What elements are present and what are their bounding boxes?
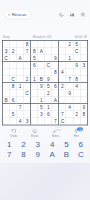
cell-r5c10[interactable]: [66, 69, 73, 76]
cell-r8c10[interactable]: 9: [66, 90, 73, 97]
cell-r9c2[interactable]: 6: [10, 97, 17, 104]
notes-button[interactable]: OFF Notes: [47, 129, 64, 138]
cell-r10c12[interactable]: 9: [80, 104, 87, 111]
cell-r10c10[interactable]: 4: [66, 104, 73, 111]
cell-r5c11[interactable]: [73, 69, 80, 76]
tools-row: Undo Erase OFF Notes AD Hint: [0, 129, 90, 138]
numpad-key-9[interactable]: 9: [31, 150, 45, 160]
cell-r7c8[interactable]: 6: [52, 83, 59, 90]
cell-r2c11[interactable]: C: [73, 48, 80, 55]
cell-r6c4[interactable]: 2: [24, 76, 31, 83]
cell-r5c9[interactable]: 4: [59, 69, 66, 76]
cell-r3c2[interactable]: [10, 55, 17, 62]
pause-icon[interactable]: [84, 35, 88, 39]
cell-r10c3[interactable]: 7: [17, 104, 24, 111]
cell-r12c1[interactable]: [3, 118, 10, 125]
cell-r9c8[interactable]: A: [52, 97, 59, 104]
cell-r4c11[interactable]: 9: [73, 62, 80, 69]
mistakes-counter: Mistakes: 0/3: [33, 35, 52, 39]
cell-r8c6[interactable]: [38, 90, 45, 97]
cell-r9c10[interactable]: [66, 97, 73, 104]
cell-r3c4[interactable]: [24, 55, 31, 62]
cell-r11c10[interactable]: [66, 111, 73, 118]
cell-r2c10[interactable]: [66, 48, 73, 55]
cell-r7c5[interactable]: [31, 83, 38, 90]
cell-r5c1[interactable]: [3, 69, 10, 76]
cell-r1c8[interactable]: [52, 41, 59, 48]
cell-r6c2[interactable]: C: [10, 76, 17, 83]
numpad-row: 123456: [2, 139, 88, 149]
cell-r6c3[interactable]: [17, 76, 24, 83]
cell-r2c6[interactable]: A: [38, 48, 45, 55]
eraser-icon: [32, 129, 37, 134]
cell-r11c12[interactable]: 8: [80, 111, 87, 118]
cell-r9c9[interactable]: [59, 97, 66, 104]
cell-r11c6[interactable]: 3: [38, 111, 45, 118]
cell-r10c11[interactable]: [73, 104, 80, 111]
cell-r4c8[interactable]: [52, 62, 59, 69]
cell-r9c5[interactable]: [31, 97, 38, 104]
cell-r3c10[interactable]: 1: [66, 55, 73, 62]
cell-r7c4[interactable]: [24, 83, 31, 90]
erase-button[interactable]: Erase: [26, 129, 43, 138]
cell-r8c7[interactable]: 2: [45, 90, 52, 97]
cell-r1c3[interactable]: [17, 41, 24, 48]
numpad-key-1[interactable]: 1: [2, 139, 16, 149]
cell-r1c9[interactable]: [59, 41, 66, 48]
cell-r3c1[interactable]: C: [3, 55, 10, 62]
cell-r7c10[interactable]: [66, 83, 73, 90]
cell-r9c1[interactable]: B: [3, 97, 10, 104]
sudoku-board: 8253278ACCA5916C9384C21B9788195624C29B61…: [2, 40, 88, 125]
cell-r11c11[interactable]: 2: [73, 111, 80, 118]
undo-label: Undo: [10, 134, 17, 137]
cell-r10c4[interactable]: [24, 104, 31, 111]
undo-icon: [11, 129, 16, 134]
cell-r5c2[interactable]: [10, 69, 17, 76]
erase-label: Erase: [31, 134, 38, 137]
cell-r12c3[interactable]: 4: [17, 118, 24, 125]
numpad-key-2[interactable]: 2: [16, 139, 30, 149]
cell-r3c11[interactable]: [73, 55, 80, 62]
cell-r11c3[interactable]: [17, 111, 24, 118]
cell-r11c2[interactable]: 5: [10, 111, 17, 118]
cell-r4c7[interactable]: C: [45, 62, 52, 69]
numpad-key-5[interactable]: 5: [59, 139, 73, 149]
cell-r12c5[interactable]: [31, 118, 38, 125]
cell-r7c12[interactable]: [80, 83, 87, 90]
numpad-key-7[interactable]: 7: [2, 150, 16, 160]
cell-r1c4[interactable]: 8: [24, 41, 31, 48]
hint-label: Hint: [74, 134, 79, 137]
moon-icon[interactable]: [59, 12, 64, 17]
cell-r8c5[interactable]: [31, 90, 38, 97]
numpad-key-B[interactable]: B: [59, 150, 73, 160]
cell-r8c1[interactable]: [3, 90, 10, 97]
cell-r9c7[interactable]: [45, 97, 52, 104]
cell-r7c11[interactable]: 4: [73, 83, 80, 90]
gear-icon[interactable]: [80, 12, 85, 17]
cell-r2c8[interactable]: [52, 48, 59, 55]
cell-r5c6[interactable]: [38, 69, 45, 76]
cell-r10c5[interactable]: [31, 104, 38, 111]
cell-r10c6[interactable]: 5: [38, 104, 45, 111]
cell-r3c3[interactable]: A: [17, 55, 24, 62]
undo-button[interactable]: Undo: [5, 129, 22, 138]
cell-r8c9[interactable]: [59, 90, 66, 97]
cell-r12c6[interactable]: [38, 118, 45, 125]
numpad-key-C[interactable]: C: [74, 150, 88, 160]
cell-r6c9[interactable]: [59, 76, 66, 83]
back-button-label: Rescue: [12, 12, 27, 17]
cell-r10c7[interactable]: 1: [45, 104, 52, 111]
cell-r12c8[interactable]: 7: [52, 118, 59, 125]
cell-r6c10[interactable]: 7: [66, 76, 73, 83]
cell-r11c4[interactable]: [24, 111, 31, 118]
cell-r1c1[interactable]: [3, 41, 10, 48]
cell-r12c2[interactable]: [10, 118, 17, 125]
cell-r8c3[interactable]: [17, 90, 24, 97]
cell-r7c7[interactable]: 5: [45, 83, 52, 90]
cell-r12c4[interactable]: 3: [24, 118, 31, 125]
cell-r10c9[interactable]: [59, 104, 66, 111]
cell-r6c1[interactable]: [3, 76, 10, 83]
timer: 00:00: [74, 35, 82, 39]
cell-r7c1[interactable]: [3, 83, 10, 90]
cell-r11c9[interactable]: 7: [59, 111, 66, 118]
numpad-row: 789ABC: [2, 150, 88, 160]
cell-r9c12[interactable]: [80, 97, 87, 104]
cell-r12c10[interactable]: [66, 118, 73, 125]
cell-r9c6[interactable]: 1: [38, 97, 45, 104]
hint-button[interactable]: AD Hint: [68, 129, 85, 138]
cell-r1c12[interactable]: [80, 41, 87, 48]
cell-r9c4[interactable]: [24, 97, 31, 104]
cell-r8c11[interactable]: [73, 90, 80, 97]
cell-r9c11[interactable]: [73, 97, 80, 104]
cell-r6c12[interactable]: [80, 76, 87, 83]
cell-r11c1[interactable]: [3, 111, 10, 118]
cell-r11c7[interactable]: 6: [45, 111, 52, 118]
cell-r4c10[interactable]: [66, 62, 73, 69]
numpad-key-A[interactable]: A: [45, 150, 59, 160]
cell-r3c9[interactable]: [59, 55, 66, 62]
cell-r1c11[interactable]: 5: [73, 41, 80, 48]
cell-r4c12[interactable]: 3: [80, 62, 87, 69]
cell-r5c7[interactable]: [45, 69, 52, 76]
numpad-key-8[interactable]: 8: [16, 150, 30, 160]
cell-r6c11[interactable]: 8: [73, 76, 80, 83]
numpad: 123456789ABC: [0, 139, 90, 159]
cell-r10c2[interactable]: [10, 104, 17, 111]
hint-badge: AD: [77, 127, 83, 131]
cell-r2c5[interactable]: 8: [31, 48, 38, 55]
stats-icon[interactable]: [70, 12, 75, 17]
notes-toggle-badge: OFF: [55, 127, 62, 131]
cell-r4c5[interactable]: 6: [31, 62, 38, 69]
cell-r7c2[interactable]: 8: [10, 83, 17, 90]
numpad-key-3[interactable]: 3: [31, 139, 45, 149]
numpad-key-4[interactable]: 4: [45, 139, 59, 149]
cell-r3c7[interactable]: [45, 55, 52, 62]
bottom-spacer: [0, 163, 90, 200]
cell-r4c2[interactable]: [10, 62, 17, 69]
cell-r2c2[interactable]: 2: [10, 48, 17, 55]
cell-r10c8[interactable]: [52, 104, 59, 111]
cell-r3c6[interactable]: [38, 55, 45, 62]
cell-r8c8[interactable]: [52, 90, 59, 97]
cell-r2c12[interactable]: [80, 48, 87, 55]
cell-r11c5[interactable]: [31, 111, 38, 118]
cell-r2c4[interactable]: 7: [24, 48, 31, 55]
cell-r2c9[interactable]: [59, 48, 66, 55]
cell-r2c7[interactable]: [45, 48, 52, 55]
top-icon-group: [59, 12, 85, 17]
cell-r12c7[interactable]: [45, 118, 52, 125]
back-button[interactable]: ‹ Rescue: [5, 10, 32, 19]
cell-r3c8[interactable]: 9: [52, 55, 59, 62]
top-bar: ‹ Rescue: [0, 8, 90, 21]
cell-r7c3[interactable]: 1: [17, 83, 24, 90]
cell-r5c5[interactable]: [31, 69, 38, 76]
cell-r3c12[interactable]: [80, 55, 87, 62]
cell-r7c6[interactable]: 9: [38, 83, 45, 90]
cell-r4c6[interactable]: [38, 62, 45, 69]
cell-r6c8[interactable]: [52, 76, 59, 83]
difficulty-label: Easy: [3, 35, 10, 39]
cell-r8c2[interactable]: [10, 90, 17, 97]
cell-r1c10[interactable]: 2: [66, 41, 73, 48]
cell-r1c2[interactable]: [10, 41, 17, 48]
cell-r6c6[interactable]: B: [38, 76, 45, 83]
cell-r8c4[interactable]: C: [24, 90, 31, 97]
cell-r12c11[interactable]: [73, 118, 80, 125]
numpad-key-6[interactable]: 6: [74, 139, 88, 149]
cell-r10c1[interactable]: [3, 104, 10, 111]
notes-label: Notes: [52, 134, 59, 137]
cell-r1c5[interactable]: [31, 41, 38, 48]
cell-r3c5[interactable]: 5: [31, 55, 38, 62]
cell-r12c9[interactable]: C: [59, 118, 66, 125]
cell-r4c4[interactable]: [24, 62, 31, 69]
cell-r4c1[interactable]: [3, 62, 10, 69]
cell-r5c4[interactable]: [24, 69, 31, 76]
cell-r4c9[interactable]: [59, 62, 66, 69]
cell-r5c12[interactable]: [80, 69, 87, 76]
cell-r9c3[interactable]: [17, 97, 24, 104]
cell-r7c9[interactable]: 2: [59, 83, 66, 90]
cell-r1c7[interactable]: [45, 41, 52, 48]
cell-r8c12[interactable]: [80, 90, 87, 97]
cell-r6c5[interactable]: 1: [31, 76, 38, 83]
chevron-left-icon: ‹: [8, 13, 10, 16]
cell-r12c12[interactable]: [80, 118, 87, 125]
cell-r6c7[interactable]: 9: [45, 76, 52, 83]
cell-r11c8[interactable]: [52, 111, 59, 118]
cell-r4c3[interactable]: [17, 62, 24, 69]
cell-r5c8[interactable]: 8: [52, 69, 59, 76]
sudoku-app: ‹ Rescue Easy Mistakes: 0/3 00:00 825327…: [0, 0, 90, 200]
cell-r2c1[interactable]: 3: [3, 48, 10, 55]
cell-r1c6[interactable]: [38, 41, 45, 48]
cell-r5c3[interactable]: [17, 69, 24, 76]
cell-r2c3[interactable]: [17, 48, 24, 55]
